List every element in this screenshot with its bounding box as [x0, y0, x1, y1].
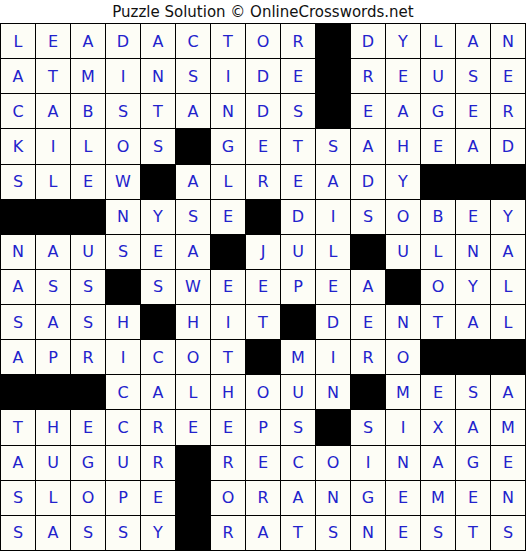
puzzle-solution-page: Puzzle Solution © OnlineCrosswords.net L…	[0, 0, 526, 551]
cell-r3c8: D	[246, 94, 281, 129]
cell-r6c15: Y	[491, 200, 526, 235]
cell-r14c12: E	[386, 481, 421, 516]
cell-r2c11: R	[351, 59, 386, 94]
cell-r4c1: K	[1, 129, 36, 164]
cell-r4c7: G	[211, 129, 246, 164]
cell-r12c5: R	[141, 410, 176, 445]
cell-r11c9: U	[281, 375, 316, 410]
page-title: Puzzle Solution © OnlineCrosswords.net	[0, 0, 526, 23]
cell-r9c3: S	[71, 305, 106, 340]
cell-r15c10: S	[316, 516, 351, 551]
black-cell-r6c8	[246, 200, 281, 235]
cell-r8c13: O	[421, 270, 456, 305]
black-cell-r11c3	[71, 375, 106, 410]
cell-r1c6: C	[176, 24, 211, 59]
black-cell-r14c6	[176, 481, 211, 516]
cell-r15c5: Y	[141, 516, 176, 551]
cell-r11c15: A	[491, 375, 526, 410]
cell-r4c5: S	[141, 129, 176, 164]
cell-r4c2: I	[36, 129, 71, 164]
cell-r5c10: A	[316, 165, 351, 200]
black-cell-r6c3	[71, 200, 106, 235]
cell-r1c9: R	[281, 24, 316, 59]
cell-r3c5: T	[141, 94, 176, 129]
cell-r8c3: S	[71, 270, 106, 305]
cell-r7c2: A	[36, 235, 71, 270]
cell-r12c8: P	[246, 410, 281, 445]
cell-r10c10: I	[316, 340, 351, 375]
cell-r7c8: J	[246, 235, 281, 270]
cell-r1c15: N	[491, 24, 526, 59]
black-cell-r8c4	[106, 270, 141, 305]
cell-r14c1: S	[1, 481, 36, 516]
cell-r8c1: A	[1, 270, 36, 305]
cell-r13c9: C	[281, 446, 316, 481]
cell-r3c1: C	[1, 94, 36, 129]
black-cell-r15c6	[176, 516, 211, 551]
cell-r8c8: E	[246, 270, 281, 305]
cell-r15c14: T	[456, 516, 491, 551]
cell-r10c5: C	[141, 340, 176, 375]
black-cell-r3c10	[316, 94, 351, 129]
black-cell-r4c6	[176, 129, 211, 164]
cell-r15c13: S	[421, 516, 456, 551]
black-cell-r7c7	[211, 235, 246, 270]
cell-r7c6: A	[176, 235, 211, 270]
black-cell-r11c1	[1, 375, 36, 410]
cell-r9c15: L	[491, 305, 526, 340]
black-cell-r6c2	[36, 200, 71, 235]
cell-r6c13: B	[421, 200, 456, 235]
cell-r13c13: A	[421, 446, 456, 481]
cell-r15c2: A	[36, 516, 71, 551]
cell-r5c9: E	[281, 165, 316, 200]
cell-r4c4: O	[106, 129, 141, 164]
cell-r13c2: U	[36, 446, 71, 481]
black-cell-r6c1	[1, 200, 36, 235]
cell-r1c5: A	[141, 24, 176, 59]
cell-r3c12: A	[386, 94, 421, 129]
cell-r2c8: D	[246, 59, 281, 94]
cell-r5c7: L	[211, 165, 246, 200]
cell-r6c10: I	[316, 200, 351, 235]
cell-r14c7: O	[211, 481, 246, 516]
cell-r15c4: S	[106, 516, 141, 551]
cell-r9c13: T	[421, 305, 456, 340]
cell-r2c9: E	[281, 59, 316, 94]
cell-r6c5: Y	[141, 200, 176, 235]
cell-r6c6: S	[176, 200, 211, 235]
cell-r3c11: E	[351, 94, 386, 129]
cell-r14c9: A	[281, 481, 316, 516]
cell-r14c3: O	[71, 481, 106, 516]
cell-r15c11: N	[351, 516, 386, 551]
cell-r4c8: E	[246, 129, 281, 164]
cell-r2c15: E	[491, 59, 526, 94]
cell-r14c2: L	[36, 481, 71, 516]
cell-r4c15: D	[491, 129, 526, 164]
cell-r2c14: S	[456, 59, 491, 94]
cell-r3c3: B	[71, 94, 106, 129]
cell-r13c14: G	[456, 446, 491, 481]
cell-r4c10: S	[316, 129, 351, 164]
cell-r9c4: H	[106, 305, 141, 340]
cell-r2c6: S	[176, 59, 211, 94]
cell-r3c7: N	[211, 94, 246, 129]
cell-r15c1: S	[1, 516, 36, 551]
cell-r8c6: W	[176, 270, 211, 305]
cell-r7c4: S	[106, 235, 141, 270]
cell-r9c10: D	[316, 305, 351, 340]
cell-r4c13: E	[421, 129, 456, 164]
cell-r7c9: U	[281, 235, 316, 270]
cell-r1c13: L	[421, 24, 456, 59]
cell-r9c2: A	[36, 305, 71, 340]
cell-r2c2: T	[36, 59, 71, 94]
cell-r11c14: S	[456, 375, 491, 410]
cell-r13c11: I	[351, 446, 386, 481]
cell-r7c15: A	[491, 235, 526, 270]
cell-r9c11: E	[351, 305, 386, 340]
cell-r12c6: E	[176, 410, 211, 445]
cell-r12c11: S	[351, 410, 386, 445]
cell-r11c13: E	[421, 375, 456, 410]
black-cell-r5c15	[491, 165, 526, 200]
cell-r8c2: S	[36, 270, 71, 305]
cell-r11c5: A	[141, 375, 176, 410]
cell-r5c12: Y	[386, 165, 421, 200]
cell-r3c15: R	[491, 94, 526, 129]
cell-r14c10: N	[316, 481, 351, 516]
cell-r14c5: E	[141, 481, 176, 516]
cell-r1c11: D	[351, 24, 386, 59]
cell-r3c2: A	[36, 94, 71, 129]
black-cell-r5c14	[456, 165, 491, 200]
cell-r1c2: E	[36, 24, 71, 59]
cell-r14c13: M	[421, 481, 456, 516]
cell-r12c12: I	[386, 410, 421, 445]
cell-r14c11: G	[351, 481, 386, 516]
black-cell-r11c2	[36, 375, 71, 410]
cell-r6c4: N	[106, 200, 141, 235]
cell-r5c2: L	[36, 165, 71, 200]
cell-r6c12: O	[386, 200, 421, 235]
cell-r1c3: A	[71, 24, 106, 59]
cell-r14c8: R	[246, 481, 281, 516]
cell-r1c12: Y	[386, 24, 421, 59]
cell-r2c3: M	[71, 59, 106, 94]
cell-r3c4: S	[106, 94, 141, 129]
cell-r6c14: E	[456, 200, 491, 235]
cell-r9c1: S	[1, 305, 36, 340]
cell-r15c3: S	[71, 516, 106, 551]
cell-r1c4: D	[106, 24, 141, 59]
cell-r5c3: E	[71, 165, 106, 200]
cell-r4c9: T	[281, 129, 316, 164]
cell-r15c8: A	[246, 516, 281, 551]
black-cell-r1c10	[316, 24, 351, 59]
black-cell-r5c5	[141, 165, 176, 200]
cell-r6c11: S	[351, 200, 386, 235]
cell-r13c3: G	[71, 446, 106, 481]
cell-r8c11: A	[351, 270, 386, 305]
black-cell-r10c15	[491, 340, 526, 375]
cell-r9c12: N	[386, 305, 421, 340]
cell-r9c6: H	[176, 305, 211, 340]
black-cell-r2c10	[316, 59, 351, 94]
cell-r13c7: R	[211, 446, 246, 481]
cell-r9c7: I	[211, 305, 246, 340]
cell-r5c11: D	[351, 165, 386, 200]
cell-r3c6: A	[176, 94, 211, 129]
cell-r2c12: E	[386, 59, 421, 94]
cell-r1c8: O	[246, 24, 281, 59]
cell-r12c14: A	[456, 410, 491, 445]
cell-r10c12: O	[386, 340, 421, 375]
black-cell-r11c11	[351, 375, 386, 410]
cell-r11c7: H	[211, 375, 246, 410]
cell-r1c7: T	[211, 24, 246, 59]
cell-r10c6: O	[176, 340, 211, 375]
cell-r1c14: A	[456, 24, 491, 59]
black-cell-r10c14	[456, 340, 491, 375]
cell-r1c1: L	[1, 24, 36, 59]
cell-r2c13: U	[421, 59, 456, 94]
cell-r12c3: E	[71, 410, 106, 445]
cell-r4c14: A	[456, 129, 491, 164]
cell-r9c8: T	[246, 305, 281, 340]
cell-r10c7: T	[211, 340, 246, 375]
cell-r11c10: N	[316, 375, 351, 410]
cell-r10c2: P	[36, 340, 71, 375]
cell-r12c4: C	[106, 410, 141, 445]
cell-r10c1: A	[1, 340, 36, 375]
cell-r6c7: E	[211, 200, 246, 235]
cell-r5c1: S	[1, 165, 36, 200]
cell-r4c12: H	[386, 129, 421, 164]
black-cell-r9c9	[281, 305, 316, 340]
cell-r7c13: L	[421, 235, 456, 270]
cell-r15c15: S	[491, 516, 526, 551]
cell-r12c2: H	[36, 410, 71, 445]
cell-r13c8: E	[246, 446, 281, 481]
black-cell-r10c8	[246, 340, 281, 375]
cell-r8c9: P	[281, 270, 316, 305]
cell-r6c9: D	[281, 200, 316, 235]
cell-r10c9: M	[281, 340, 316, 375]
cell-r5c6: A	[176, 165, 211, 200]
cell-r14c14: E	[456, 481, 491, 516]
cell-r2c1: A	[1, 59, 36, 94]
cell-r12c13: X	[421, 410, 456, 445]
cell-r11c4: C	[106, 375, 141, 410]
black-cell-r13c6	[176, 446, 211, 481]
crossword-grid: LEADACTORDYLANATMINSIDEREUSECABSTANDSEAG…	[0, 23, 526, 551]
cell-r9c14: A	[456, 305, 491, 340]
cell-r14c4: P	[106, 481, 141, 516]
cell-r13c10: O	[316, 446, 351, 481]
cell-r8c7: E	[211, 270, 246, 305]
cell-r15c7: R	[211, 516, 246, 551]
cell-r4c11: A	[351, 129, 386, 164]
cell-r5c8: R	[246, 165, 281, 200]
black-cell-r7c11	[351, 235, 386, 270]
cell-r7c12: U	[386, 235, 421, 270]
cell-r12c1: T	[1, 410, 36, 445]
cell-r15c12: E	[386, 516, 421, 551]
cell-r11c6: L	[176, 375, 211, 410]
black-cell-r12c10	[316, 410, 351, 445]
black-cell-r5c13	[421, 165, 456, 200]
cell-r8c14: Y	[456, 270, 491, 305]
cell-r3c14: E	[456, 94, 491, 129]
cell-r10c3: R	[71, 340, 106, 375]
cell-r12c15: M	[491, 410, 526, 445]
cell-r8c5: S	[141, 270, 176, 305]
cell-r13c15: E	[491, 446, 526, 481]
cell-r10c4: I	[106, 340, 141, 375]
cell-r8c10: E	[316, 270, 351, 305]
black-cell-r10c13	[421, 340, 456, 375]
cell-r7c1: N	[1, 235, 36, 270]
cell-r2c7: I	[211, 59, 246, 94]
cell-r8c15: L	[491, 270, 526, 305]
cell-r7c14: N	[456, 235, 491, 270]
cell-r11c8: O	[246, 375, 281, 410]
cell-r12c9: S	[281, 410, 316, 445]
cell-r4c3: L	[71, 129, 106, 164]
cell-r7c10: L	[316, 235, 351, 270]
cell-r11c12: M	[386, 375, 421, 410]
black-cell-r8c12	[386, 270, 421, 305]
cell-r5c4: W	[106, 165, 141, 200]
cell-r13c12: N	[386, 446, 421, 481]
cell-r12c7: E	[211, 410, 246, 445]
cell-r15c9: T	[281, 516, 316, 551]
cell-r14c15: N	[491, 481, 526, 516]
cell-r2c4: I	[106, 59, 141, 94]
cell-r3c13: G	[421, 94, 456, 129]
cell-r2c5: N	[141, 59, 176, 94]
cell-r3c9: S	[281, 94, 316, 129]
cell-r13c5: R	[141, 446, 176, 481]
cell-r7c3: U	[71, 235, 106, 270]
cell-r10c11: R	[351, 340, 386, 375]
cell-r7c5: E	[141, 235, 176, 270]
cell-r13c4: U	[106, 446, 141, 481]
black-cell-r9c5	[141, 305, 176, 340]
cell-r13c1: A	[1, 446, 36, 481]
